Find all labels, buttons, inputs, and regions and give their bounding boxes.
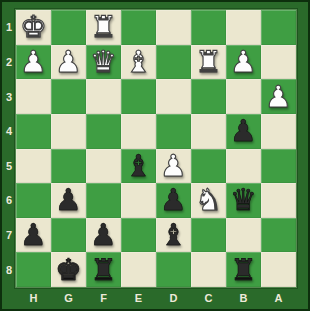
- white-pawn: ♟︎: [55, 47, 82, 77]
- rank-label-7: 7: [2, 218, 16, 253]
- square-e1[interactable]: [121, 10, 156, 45]
- square-d2[interactable]: [156, 45, 191, 80]
- square-b6[interactable]: ♛︎: [226, 183, 261, 218]
- black-pawn: ♟︎: [160, 185, 187, 215]
- black-king: ♚︎: [55, 255, 82, 285]
- square-f3[interactable]: [86, 79, 121, 114]
- file-label-h: H: [16, 287, 51, 307]
- square-h7[interactable]: ♟︎: [16, 218, 51, 253]
- square-e2[interactable]: ♝︎: [121, 45, 156, 80]
- square-c2[interactable]: ♜︎: [191, 45, 226, 80]
- square-g3[interactable]: [51, 79, 86, 114]
- square-a5[interactable]: [261, 149, 296, 184]
- black-bishop: ♝︎: [125, 151, 152, 181]
- file-label-d: D: [156, 287, 191, 307]
- black-pawn: ♟︎: [20, 220, 47, 250]
- rank-label-5: 5: [2, 149, 16, 184]
- square-d5[interactable]: ♟︎: [156, 149, 191, 184]
- square-g5[interactable]: [51, 149, 86, 184]
- square-d1[interactable]: [156, 10, 191, 45]
- file-labels: HGFEDCBA: [16, 287, 296, 307]
- black-pawn: ♟︎: [90, 220, 117, 250]
- square-h1[interactable]: ♚︎: [16, 10, 51, 45]
- square-d4[interactable]: [156, 114, 191, 149]
- square-d7[interactable]: ♝︎: [156, 218, 191, 253]
- black-bishop: ♝︎: [160, 220, 187, 250]
- square-c8[interactable]: [191, 252, 226, 287]
- square-d3[interactable]: [156, 79, 191, 114]
- square-b8[interactable]: ♜︎: [226, 252, 261, 287]
- square-g7[interactable]: [51, 218, 86, 253]
- square-h8[interactable]: [16, 252, 51, 287]
- square-e5[interactable]: ♝︎: [121, 149, 156, 184]
- square-a2[interactable]: [261, 45, 296, 80]
- file-label-a: A: [261, 287, 296, 307]
- square-e4[interactable]: [121, 114, 156, 149]
- square-g6[interactable]: ♟︎: [51, 183, 86, 218]
- white-rook: ♜︎: [195, 47, 222, 77]
- square-b7[interactable]: [226, 218, 261, 253]
- square-c6[interactable]: ♞︎: [191, 183, 226, 218]
- rank-label-1: 1: [2, 10, 16, 45]
- square-f6[interactable]: [86, 183, 121, 218]
- square-a1[interactable]: [261, 10, 296, 45]
- rank-label-8: 8: [2, 252, 16, 287]
- square-d8[interactable]: [156, 252, 191, 287]
- white-bishop: ♝︎: [125, 47, 152, 77]
- black-pawn: ♟︎: [55, 185, 82, 215]
- square-h6[interactable]: [16, 183, 51, 218]
- square-b1[interactable]: [226, 10, 261, 45]
- square-e3[interactable]: [121, 79, 156, 114]
- square-g4[interactable]: [51, 114, 86, 149]
- square-a4[interactable]: [261, 114, 296, 149]
- chess-board-frame: 12345678 ♚︎♜︎♟︎♟︎♛︎♝︎♜︎♟︎♟︎♟︎♝︎♟︎♟︎♟︎♞︎♛…: [0, 0, 310, 311]
- white-pawn: ♟︎: [230, 47, 257, 77]
- file-label-c: C: [191, 287, 226, 307]
- chess-board: ♚︎♜︎♟︎♟︎♛︎♝︎♜︎♟︎♟︎♟︎♝︎♟︎♟︎♟︎♞︎♛︎♟︎♟︎♝︎♚︎…: [16, 10, 296, 287]
- rank-label-6: 6: [2, 183, 16, 218]
- square-g1[interactable]: [51, 10, 86, 45]
- rank-label-3: 3: [2, 79, 16, 114]
- white-pawn: ♟︎: [160, 151, 187, 181]
- rank-label-2: 2: [2, 45, 16, 80]
- white-pawn: ♟︎: [265, 82, 292, 112]
- square-a3[interactable]: ♟︎: [261, 79, 296, 114]
- square-h3[interactable]: [16, 79, 51, 114]
- square-h2[interactable]: ♟︎: [16, 45, 51, 80]
- square-f4[interactable]: [86, 114, 121, 149]
- square-e6[interactable]: [121, 183, 156, 218]
- white-queen: ♛︎: [90, 47, 117, 77]
- square-a6[interactable]: [261, 183, 296, 218]
- black-rook: ♜︎: [90, 255, 117, 285]
- square-c4[interactable]: [191, 114, 226, 149]
- square-b4[interactable]: ♟︎: [226, 114, 261, 149]
- square-h5[interactable]: [16, 149, 51, 184]
- square-f8[interactable]: ♜︎: [86, 252, 121, 287]
- square-d6[interactable]: ♟︎: [156, 183, 191, 218]
- black-queen: ♛︎: [230, 185, 257, 215]
- black-rook: ♜︎: [230, 255, 257, 285]
- square-b2[interactable]: ♟︎: [226, 45, 261, 80]
- black-pawn: ♟︎: [230, 116, 257, 146]
- white-rook: ♜︎: [90, 12, 117, 42]
- square-f5[interactable]: [86, 149, 121, 184]
- square-a7[interactable]: [261, 218, 296, 253]
- square-f1[interactable]: ♜︎: [86, 10, 121, 45]
- square-a8[interactable]: [261, 252, 296, 287]
- file-label-e: E: [121, 287, 156, 307]
- square-g2[interactable]: ♟︎: [51, 45, 86, 80]
- square-b3[interactable]: [226, 79, 261, 114]
- rank-labels: 12345678: [2, 10, 16, 287]
- white-pawn: ♟︎: [20, 47, 47, 77]
- square-e8[interactable]: [121, 252, 156, 287]
- white-knight: ♞︎: [195, 185, 222, 215]
- square-h4[interactable]: [16, 114, 51, 149]
- square-c5[interactable]: [191, 149, 226, 184]
- square-g8[interactable]: ♚︎: [51, 252, 86, 287]
- file-label-f: F: [86, 287, 121, 307]
- square-f7[interactable]: ♟︎: [86, 218, 121, 253]
- square-f2[interactable]: ♛︎: [86, 45, 121, 80]
- square-c1[interactable]: [191, 10, 226, 45]
- square-c3[interactable]: [191, 79, 226, 114]
- file-label-g: G: [51, 287, 86, 307]
- square-e7[interactable]: [121, 218, 156, 253]
- square-c7[interactable]: [191, 218, 226, 253]
- square-b5[interactable]: [226, 149, 261, 184]
- rank-label-4: 4: [2, 114, 16, 149]
- white-king: ♚︎: [20, 12, 47, 42]
- file-label-b: B: [226, 287, 261, 307]
